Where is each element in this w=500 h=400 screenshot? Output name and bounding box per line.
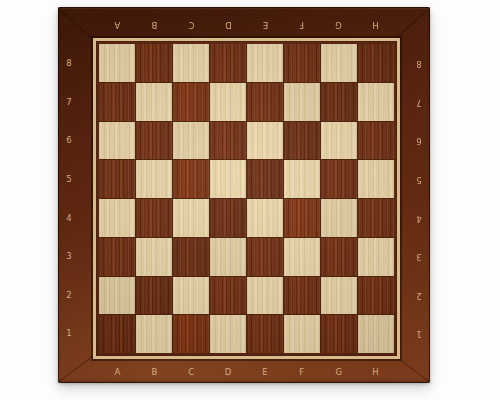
rank-label-left-8: 8 [62, 44, 76, 83]
square-e2[interactable] [247, 277, 283, 315]
square-g3[interactable] [321, 238, 357, 276]
square-a5[interactable] [99, 160, 135, 198]
square-g6[interactable] [321, 122, 357, 160]
square-h8[interactable] [358, 44, 394, 82]
file-label-bottom-f: F [283, 365, 320, 379]
square-g4[interactable] [321, 199, 357, 237]
square-f4[interactable] [284, 199, 320, 237]
square-h4[interactable] [358, 199, 394, 237]
square-f7[interactable] [284, 83, 320, 121]
rank-label-right-5: 5 [412, 160, 426, 199]
board-inlay-border [93, 38, 400, 359]
square-f3[interactable] [284, 238, 320, 276]
square-h6[interactable] [358, 122, 394, 160]
square-d8[interactable] [210, 44, 246, 82]
file-label-bottom-d: D [210, 365, 247, 379]
square-a2[interactable] [99, 277, 135, 315]
square-d5[interactable] [210, 160, 246, 198]
square-g8[interactable] [321, 44, 357, 82]
file-label-top-e: E [247, 18, 284, 32]
product-photo-background: ABCDEFGH ABCDEFGH 87654321 87654321 [0, 0, 500, 400]
square-h1[interactable] [358, 315, 394, 353]
chess-board: ABCDEFGH ABCDEFGH 87654321 87654321 [58, 7, 430, 383]
square-h5[interactable] [358, 160, 394, 198]
file-label-top-f: F [283, 18, 320, 32]
file-labels-top: ABCDEFGH [99, 18, 394, 32]
file-label-top-b: B [136, 18, 173, 32]
square-a8[interactable] [99, 44, 135, 82]
square-c1[interactable] [173, 315, 209, 353]
square-c3[interactable] [173, 238, 209, 276]
square-e8[interactable] [247, 44, 283, 82]
square-a1[interactable] [99, 315, 135, 353]
rank-label-left-3: 3 [62, 237, 76, 276]
square-d7[interactable] [210, 83, 246, 121]
square-f2[interactable] [284, 277, 320, 315]
square-h2[interactable] [358, 277, 394, 315]
rank-label-right-1: 1 [412, 314, 426, 353]
rank-label-left-1: 1 [62, 314, 76, 353]
square-c6[interactable] [173, 122, 209, 160]
square-c5[interactable] [173, 160, 209, 198]
square-b5[interactable] [136, 160, 172, 198]
square-b2[interactable] [136, 277, 172, 315]
square-d2[interactable] [210, 277, 246, 315]
rank-label-right-8: 8 [412, 44, 426, 83]
file-label-bottom-h: H [357, 365, 394, 379]
rank-labels-right: 87654321 [412, 44, 426, 353]
square-e3[interactable] [247, 238, 283, 276]
square-b8[interactable] [136, 44, 172, 82]
square-b1[interactable] [136, 315, 172, 353]
rank-label-left-7: 7 [62, 83, 76, 122]
rank-label-left-4: 4 [62, 199, 76, 238]
file-label-top-g: G [320, 18, 357, 32]
rank-label-right-4: 4 [412, 199, 426, 238]
rank-label-right-3: 3 [412, 237, 426, 276]
square-e7[interactable] [247, 83, 283, 121]
square-c2[interactable] [173, 277, 209, 315]
board-grid [99, 44, 394, 353]
square-c7[interactable] [173, 83, 209, 121]
square-a7[interactable] [99, 83, 135, 121]
square-e4[interactable] [247, 199, 283, 237]
file-label-bottom-a: A [99, 365, 136, 379]
square-f5[interactable] [284, 160, 320, 198]
square-a6[interactable] [99, 122, 135, 160]
file-label-top-h: H [357, 18, 394, 32]
file-label-top-a: A [99, 18, 136, 32]
file-label-bottom-e: E [247, 365, 284, 379]
file-label-bottom-c: C [173, 365, 210, 379]
file-labels-bottom: ABCDEFGH [99, 365, 394, 379]
square-d4[interactable] [210, 199, 246, 237]
rank-label-left-6: 6 [62, 121, 76, 160]
square-g1[interactable] [321, 315, 357, 353]
square-g7[interactable] [321, 83, 357, 121]
square-c8[interactable] [173, 44, 209, 82]
square-h3[interactable] [358, 238, 394, 276]
square-d6[interactable] [210, 122, 246, 160]
rank-label-left-5: 5 [62, 160, 76, 199]
square-f1[interactable] [284, 315, 320, 353]
square-b3[interactable] [136, 238, 172, 276]
file-label-top-d: D [210, 18, 247, 32]
rank-label-left-2: 2 [62, 276, 76, 315]
file-label-bottom-g: G [320, 365, 357, 379]
rank-labels-left: 87654321 [62, 44, 76, 353]
rank-label-right-2: 2 [412, 276, 426, 315]
square-a4[interactable] [99, 199, 135, 237]
square-g5[interactable] [321, 160, 357, 198]
square-a3[interactable] [99, 238, 135, 276]
file-label-bottom-b: B [136, 365, 173, 379]
square-b4[interactable] [136, 199, 172, 237]
square-f6[interactable] [284, 122, 320, 160]
square-f8[interactable] [284, 44, 320, 82]
square-b6[interactable] [136, 122, 172, 160]
rank-label-right-6: 6 [412, 121, 426, 160]
file-label-top-c: C [173, 18, 210, 32]
square-b7[interactable] [136, 83, 172, 121]
square-g2[interactable] [321, 277, 357, 315]
square-c4[interactable] [173, 199, 209, 237]
square-e5[interactable] [247, 160, 283, 198]
square-d3[interactable] [210, 238, 246, 276]
square-d1[interactable] [210, 315, 246, 353]
square-e1[interactable] [247, 315, 283, 353]
square-h7[interactable] [358, 83, 394, 121]
rank-label-right-7: 7 [412, 83, 426, 122]
square-e6[interactable] [247, 122, 283, 160]
